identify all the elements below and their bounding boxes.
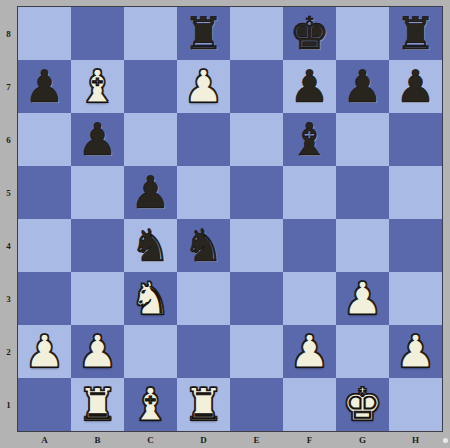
piece-black-pawn: ♟ [289, 60, 329, 113]
square-a7[interactable]: ♟ [18, 60, 71, 113]
square-d5[interactable] [177, 166, 230, 219]
piece-black-pawn: ♟ [24, 60, 64, 113]
square-h3[interactable] [389, 272, 442, 325]
square-g8[interactable] [336, 7, 389, 60]
file-label-b: B [71, 431, 124, 448]
square-g6[interactable] [336, 113, 389, 166]
square-d8[interactable]: ♜ [177, 7, 230, 60]
square-d6[interactable] [177, 113, 230, 166]
square-h8[interactable]: ♜ [389, 7, 442, 60]
square-h4[interactable] [389, 219, 442, 272]
square-a4[interactable] [18, 219, 71, 272]
file-label-f: F [283, 431, 336, 448]
piece-white-bishop: ♝ [77, 60, 117, 113]
square-b1[interactable]: ♜ [71, 378, 124, 431]
piece-white-bishop: ♝ [130, 378, 170, 431]
square-f1[interactable] [283, 378, 336, 431]
square-g7[interactable]: ♟ [336, 60, 389, 113]
corner-dot [443, 438, 448, 443]
square-c2[interactable] [124, 325, 177, 378]
square-b2[interactable]: ♟ [71, 325, 124, 378]
piece-white-knight: ♞ [130, 272, 170, 325]
square-c3[interactable]: ♞ [124, 272, 177, 325]
rank-label-2: 2 [0, 325, 17, 378]
rank-label-5: 5 [0, 166, 17, 219]
square-c1[interactable]: ♝ [124, 378, 177, 431]
rank-label-3: 3 [0, 272, 17, 325]
chess-diagram-frame: 87654321 ♜♚♜♟♝♟♟♟♟♟♝♟♞♞♞♟♟♟♟♟♜♝♜♚ ABCDEF… [0, 0, 450, 448]
piece-white-pawn: ♟ [289, 325, 329, 378]
piece-white-rook: ♜ [77, 378, 117, 431]
rank-labels: 87654321 [0, 7, 17, 431]
file-label-e: E [230, 431, 283, 448]
piece-white-pawn: ♟ [24, 325, 64, 378]
file-label-a: A [18, 431, 71, 448]
square-g4[interactable] [336, 219, 389, 272]
square-b7[interactable]: ♝ [71, 60, 124, 113]
square-e5[interactable] [230, 166, 283, 219]
piece-black-pawn: ♟ [395, 60, 435, 113]
piece-white-king: ♚ [342, 378, 382, 431]
square-d3[interactable] [177, 272, 230, 325]
square-e7[interactable] [230, 60, 283, 113]
piece-black-pawn: ♟ [77, 113, 117, 166]
square-d7[interactable]: ♟ [177, 60, 230, 113]
file-label-g: G [336, 431, 389, 448]
file-label-d: D [177, 431, 230, 448]
file-label-h: H [389, 431, 442, 448]
square-e2[interactable] [230, 325, 283, 378]
square-d4[interactable]: ♞ [177, 219, 230, 272]
square-a6[interactable] [18, 113, 71, 166]
square-f5[interactable] [283, 166, 336, 219]
square-d1[interactable]: ♜ [177, 378, 230, 431]
square-h2[interactable]: ♟ [389, 325, 442, 378]
rank-label-4: 4 [0, 219, 17, 272]
square-b3[interactable] [71, 272, 124, 325]
square-c8[interactable] [124, 7, 177, 60]
square-f3[interactable] [283, 272, 336, 325]
piece-black-rook: ♜ [183, 7, 223, 60]
square-h6[interactable] [389, 113, 442, 166]
square-e4[interactable] [230, 219, 283, 272]
square-a8[interactable] [18, 7, 71, 60]
rank-label-1: 1 [0, 378, 17, 431]
file-label-c: C [124, 431, 177, 448]
square-e1[interactable] [230, 378, 283, 431]
square-c6[interactable] [124, 113, 177, 166]
square-f8[interactable]: ♚ [283, 7, 336, 60]
piece-black-pawn: ♟ [130, 166, 170, 219]
square-g3[interactable]: ♟ [336, 272, 389, 325]
piece-white-pawn: ♟ [183, 60, 223, 113]
square-h7[interactable]: ♟ [389, 60, 442, 113]
rank-label-6: 6 [0, 113, 17, 166]
piece-white-pawn: ♟ [77, 325, 117, 378]
square-a1[interactable] [18, 378, 71, 431]
piece-white-pawn: ♟ [395, 325, 435, 378]
square-d2[interactable] [177, 325, 230, 378]
square-b4[interactable] [71, 219, 124, 272]
square-f6[interactable]: ♝ [283, 113, 336, 166]
square-a2[interactable]: ♟ [18, 325, 71, 378]
square-b8[interactable] [71, 7, 124, 60]
square-h1[interactable] [389, 378, 442, 431]
square-a5[interactable] [18, 166, 71, 219]
piece-black-king: ♚ [289, 7, 329, 60]
square-f4[interactable] [283, 219, 336, 272]
rank-label-8: 8 [0, 7, 17, 60]
chess-board[interactable]: ♜♚♜♟♝♟♟♟♟♟♝♟♞♞♞♟♟♟♟♟♜♝♜♚ [17, 6, 443, 432]
square-f7[interactable]: ♟ [283, 60, 336, 113]
square-b6[interactable]: ♟ [71, 113, 124, 166]
square-g1[interactable]: ♚ [336, 378, 389, 431]
file-labels: ABCDEFGH [18, 431, 442, 448]
square-c5[interactable]: ♟ [124, 166, 177, 219]
square-e6[interactable] [230, 113, 283, 166]
square-e3[interactable] [230, 272, 283, 325]
piece-black-rook: ♜ [395, 7, 435, 60]
square-f2[interactable]: ♟ [283, 325, 336, 378]
square-g5[interactable] [336, 166, 389, 219]
square-a3[interactable] [18, 272, 71, 325]
square-c4[interactable]: ♞ [124, 219, 177, 272]
square-h5[interactable] [389, 166, 442, 219]
piece-black-knight: ♞ [130, 219, 170, 272]
square-b5[interactable] [71, 166, 124, 219]
piece-white-pawn: ♟ [342, 272, 382, 325]
piece-black-bishop: ♝ [289, 113, 329, 166]
piece-black-knight: ♞ [183, 219, 223, 272]
square-g2[interactable] [336, 325, 389, 378]
square-e8[interactable] [230, 7, 283, 60]
square-c7[interactable] [124, 60, 177, 113]
piece-white-rook: ♜ [183, 378, 223, 431]
piece-black-pawn: ♟ [342, 60, 382, 113]
rank-label-7: 7 [0, 60, 17, 113]
